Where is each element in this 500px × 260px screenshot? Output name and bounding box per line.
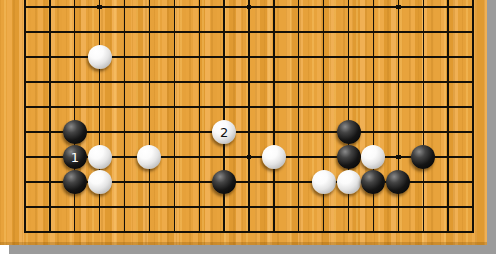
white-stone[interactable] — [88, 145, 112, 169]
move-number-label: 2 — [220, 125, 228, 138]
white-stone[interactable] — [137, 145, 161, 169]
star-point — [396, 5, 400, 9]
black-stone[interactable] — [337, 145, 361, 169]
grid-line-vertical — [323, 0, 324, 233]
black-stone[interactable] — [386, 170, 410, 194]
grid-line-horizontal — [24, 31, 473, 32]
white-stone[interactable] — [88, 170, 112, 194]
black-stone[interactable] — [212, 170, 236, 194]
board-shadow-bottom — [9, 245, 496, 254]
grid-line-vertical — [273, 0, 274, 233]
grid-line-vertical — [124, 0, 125, 233]
grid-line-vertical — [472, 0, 473, 233]
white-stone[interactable] — [361, 145, 385, 169]
black-stone[interactable] — [361, 170, 385, 194]
black-stone[interactable] — [63, 170, 87, 194]
white-stone[interactable] — [312, 170, 336, 194]
grid-line-horizontal — [24, 231, 473, 232]
white-stone[interactable] — [88, 45, 112, 69]
grid-line-vertical — [49, 0, 50, 233]
move-number-label: 1 — [71, 150, 79, 163]
grid-line-vertical — [398, 0, 399, 233]
white-stone[interactable]: 2 — [212, 120, 236, 144]
black-stone[interactable] — [337, 120, 361, 144]
black-stone[interactable] — [411, 145, 435, 169]
grid-line-vertical — [174, 0, 175, 233]
grid-line-vertical — [223, 0, 224, 233]
board-shadow-right — [487, 0, 496, 254]
black-stone[interactable]: 1 — [63, 145, 87, 169]
grid-line-vertical — [423, 0, 424, 233]
grid-line-vertical — [199, 0, 200, 233]
grid-line-horizontal — [24, 81, 473, 82]
grid-line-horizontal — [24, 206, 473, 207]
white-stone[interactable] — [337, 170, 361, 194]
grid-line-vertical — [447, 0, 448, 233]
grid-line-vertical — [248, 0, 249, 233]
grid-line-horizontal — [24, 131, 473, 132]
grid-line-vertical — [24, 0, 25, 233]
black-stone[interactable] — [63, 120, 87, 144]
grid-line-vertical — [348, 0, 349, 233]
star-point — [247, 5, 251, 9]
grid-line-vertical — [99, 0, 100, 233]
go-diagram: 12 — [0, 0, 500, 260]
go-board[interactable]: 12 — [0, 0, 487, 245]
star-point — [247, 155, 251, 159]
grid-line-vertical — [373, 0, 374, 233]
star-point — [396, 155, 400, 159]
white-stone[interactable] — [262, 145, 286, 169]
star-point — [97, 5, 101, 9]
grid-line-vertical — [149, 0, 150, 233]
grid-line-vertical — [298, 0, 299, 233]
grid-line-vertical — [74, 0, 75, 233]
grid-line-horizontal — [24, 106, 473, 107]
